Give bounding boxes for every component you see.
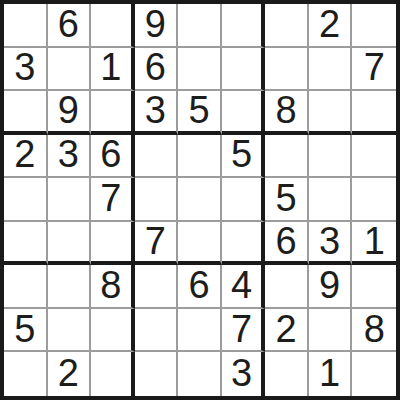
cell-r6c4[interactable]: 7 <box>135 222 179 266</box>
cell-r1c7[interactable] <box>265 4 309 48</box>
given-digit: 8 <box>364 310 385 348</box>
given-digit: 5 <box>231 135 252 173</box>
given-digit: 4 <box>231 266 252 304</box>
given-digit: 9 <box>58 91 79 129</box>
cell-r7c6[interactable]: 4 <box>222 265 266 309</box>
cell-r6c8[interactable]: 3 <box>309 222 353 266</box>
cell-r1c6[interactable] <box>222 4 266 48</box>
given-digit: 9 <box>319 266 340 304</box>
cell-r8c6[interactable]: 7 <box>222 309 266 353</box>
cell-r8c7[interactable]: 2 <box>265 309 309 353</box>
cell-r3c3[interactable] <box>91 91 135 135</box>
cell-r5c8[interactable] <box>309 178 353 222</box>
cell-r8c5[interactable] <box>178 309 222 353</box>
cell-r4c5[interactable] <box>178 135 222 179</box>
cell-r9c8[interactable]: 1 <box>309 352 353 396</box>
sudoku-board: 69231679358236575763186495728231 <box>0 0 400 400</box>
cell-r1c3[interactable] <box>91 4 135 48</box>
cell-r3c7[interactable]: 8 <box>265 91 309 135</box>
cell-r8c4[interactable] <box>135 309 179 353</box>
cell-r5c3[interactable]: 7 <box>91 178 135 222</box>
cell-r3c2[interactable]: 9 <box>48 91 92 135</box>
cell-r4c2[interactable]: 3 <box>48 135 92 179</box>
cell-r6c1[interactable] <box>4 222 48 266</box>
cell-r8c3[interactable] <box>91 309 135 353</box>
cell-r8c9[interactable]: 8 <box>352 309 396 353</box>
cell-r8c2[interactable] <box>48 309 92 353</box>
cell-r2c5[interactable] <box>178 48 222 92</box>
given-digit: 6 <box>145 48 166 86</box>
cell-r9c7[interactable] <box>265 352 309 396</box>
cell-r4c6[interactable]: 5 <box>222 135 266 179</box>
cell-r2c6[interactable] <box>222 48 266 92</box>
given-digit: 6 <box>276 222 297 260</box>
cell-r7c3[interactable]: 8 <box>91 265 135 309</box>
given-digit: 9 <box>145 5 166 43</box>
cell-r9c9[interactable] <box>352 352 396 396</box>
given-digit: 2 <box>276 310 297 348</box>
cell-r6c7[interactable]: 6 <box>265 222 309 266</box>
cell-r2c4[interactable]: 6 <box>135 48 179 92</box>
cell-r9c1[interactable] <box>4 352 48 396</box>
given-digit: 3 <box>145 91 166 129</box>
given-digit: 5 <box>188 91 209 129</box>
cell-r3c4[interactable]: 3 <box>135 91 179 135</box>
cell-r6c5[interactable] <box>178 222 222 266</box>
cell-r4c1[interactable]: 2 <box>4 135 48 179</box>
cell-r2c2[interactable] <box>48 48 92 92</box>
given-digit: 6 <box>58 5 79 43</box>
cell-r4c9[interactable] <box>352 135 396 179</box>
cell-r9c5[interactable] <box>178 352 222 396</box>
given-digit: 2 <box>58 354 79 392</box>
cell-r8c1[interactable]: 5 <box>4 309 48 353</box>
cell-r2c7[interactable] <box>265 48 309 92</box>
cell-r6c2[interactable] <box>48 222 92 266</box>
given-digit: 5 <box>276 179 297 217</box>
cell-r9c2[interactable]: 2 <box>48 352 92 396</box>
cell-r8c8[interactable] <box>309 309 353 353</box>
cell-r4c7[interactable] <box>265 135 309 179</box>
cell-r2c8[interactable] <box>309 48 353 92</box>
cell-r5c4[interactable] <box>135 178 179 222</box>
given-digit: 7 <box>145 222 166 260</box>
cell-r1c2[interactable]: 6 <box>48 4 92 48</box>
given-digit: 1 <box>100 48 121 86</box>
given-digit: 3 <box>319 222 340 260</box>
cell-r1c8[interactable]: 2 <box>309 4 353 48</box>
given-digit: 8 <box>276 91 297 129</box>
given-digit: 3 <box>58 135 79 173</box>
cell-r6c6[interactable] <box>222 222 266 266</box>
cell-r5c5[interactable] <box>178 178 222 222</box>
cell-r1c4[interactable]: 9 <box>135 4 179 48</box>
given-digit: 7 <box>231 310 252 348</box>
cell-r4c3[interactable]: 6 <box>91 135 135 179</box>
cell-r6c3[interactable] <box>91 222 135 266</box>
cell-r7c7[interactable] <box>265 265 309 309</box>
cell-r9c4[interactable] <box>135 352 179 396</box>
given-digit: 2 <box>319 5 340 43</box>
cell-r3c9[interactable] <box>352 91 396 135</box>
cell-r5c2[interactable] <box>48 178 92 222</box>
cell-r7c1[interactable] <box>4 265 48 309</box>
cell-r3c6[interactable] <box>222 91 266 135</box>
given-digit: 7 <box>364 48 385 86</box>
cell-r5c6[interactable] <box>222 178 266 222</box>
cell-r2c9[interactable]: 7 <box>352 48 396 92</box>
given-digit: 2 <box>14 135 35 173</box>
cell-r7c4[interactable] <box>135 265 179 309</box>
cell-r3c8[interactable] <box>309 91 353 135</box>
cell-r7c8[interactable]: 9 <box>309 265 353 309</box>
cell-r9c3[interactable] <box>91 352 135 396</box>
cell-r5c9[interactable] <box>352 178 396 222</box>
cell-r7c9[interactable] <box>352 265 396 309</box>
cell-r7c2[interactable] <box>48 265 92 309</box>
cell-r7c5[interactable]: 6 <box>178 265 222 309</box>
cell-r5c1[interactable] <box>4 178 48 222</box>
cell-r3c1[interactable] <box>4 91 48 135</box>
given-digit: 5 <box>14 310 35 348</box>
cell-r4c4[interactable] <box>135 135 179 179</box>
given-digit: 1 <box>364 222 385 260</box>
cell-r2c1[interactable]: 3 <box>4 48 48 92</box>
cell-r1c9[interactable] <box>352 4 396 48</box>
given-digit: 8 <box>100 266 121 304</box>
given-digit: 3 <box>231 354 252 392</box>
cell-r4c8[interactable] <box>309 135 353 179</box>
cell-r2c3[interactable]: 1 <box>91 48 135 92</box>
cell-r1c5[interactable] <box>178 4 222 48</box>
cell-r9c6[interactable]: 3 <box>222 352 266 396</box>
cell-r1c1[interactable] <box>4 4 48 48</box>
given-digit: 6 <box>100 135 121 173</box>
cell-r5c7[interactable]: 5 <box>265 178 309 222</box>
given-digit: 3 <box>14 48 35 86</box>
given-digit: 1 <box>319 354 340 392</box>
given-digit: 7 <box>100 179 121 217</box>
cell-r3c5[interactable]: 5 <box>178 91 222 135</box>
cell-r6c9[interactable]: 1 <box>352 222 396 266</box>
given-digit: 6 <box>188 266 209 304</box>
